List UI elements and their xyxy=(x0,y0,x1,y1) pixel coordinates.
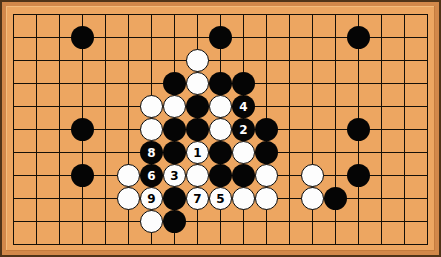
stone-number: 7 xyxy=(193,193,201,205)
stone-black xyxy=(347,26,370,49)
stone-number: 6 xyxy=(147,170,155,182)
stone-white xyxy=(117,164,140,187)
stone-white xyxy=(186,49,209,72)
stone-white xyxy=(163,95,186,118)
stone-number: 8 xyxy=(147,147,155,159)
stone-number: 2 xyxy=(239,124,247,136)
go-diagram: 428163975 xyxy=(0,0,441,257)
stone-number: 4 xyxy=(239,101,247,113)
stone-black xyxy=(209,26,232,49)
stone-white xyxy=(255,164,278,187)
stone-number: 1 xyxy=(193,147,201,159)
stone-black xyxy=(347,118,370,141)
stone-black xyxy=(209,72,232,95)
stone-black xyxy=(186,118,209,141)
stone-black xyxy=(163,210,186,233)
go-board: 428163975 xyxy=(6,6,435,251)
stone-black-move-8: 8 xyxy=(140,141,163,164)
stone-black xyxy=(347,164,370,187)
stone-number: 9 xyxy=(147,193,155,205)
stone-black xyxy=(163,141,186,164)
stone-white xyxy=(209,118,232,141)
stone-number: 5 xyxy=(216,193,224,205)
stone-white xyxy=(232,187,255,210)
stone-black xyxy=(71,118,94,141)
stone-white xyxy=(140,118,163,141)
stone-white-move-9: 9 xyxy=(140,187,163,210)
stone-white xyxy=(301,187,324,210)
stone-number: 3 xyxy=(170,170,178,182)
stone-black xyxy=(71,26,94,49)
board-grid: 428163975 xyxy=(13,14,428,245)
stone-black xyxy=(163,72,186,95)
stone-black xyxy=(163,187,186,210)
stone-black xyxy=(232,72,255,95)
stone-white xyxy=(140,95,163,118)
stone-black xyxy=(324,187,347,210)
stone-white-move-3: 3 xyxy=(163,164,186,187)
stone-white xyxy=(255,187,278,210)
stone-black xyxy=(163,118,186,141)
stone-black xyxy=(209,141,232,164)
stone-white xyxy=(301,164,324,187)
stone-white-move-1: 1 xyxy=(186,141,209,164)
stone-white xyxy=(186,72,209,95)
stone-black xyxy=(255,118,278,141)
stone-black xyxy=(71,164,94,187)
stone-white-move-7: 7 xyxy=(186,187,209,210)
stone-black xyxy=(232,164,255,187)
stone-black xyxy=(209,164,232,187)
stone-black-move-4: 4 xyxy=(232,95,255,118)
stone-white xyxy=(232,141,255,164)
stone-black xyxy=(255,141,278,164)
stone-black-move-6: 6 xyxy=(140,164,163,187)
stone-white xyxy=(186,164,209,187)
stone-white xyxy=(117,187,140,210)
stone-black xyxy=(186,95,209,118)
stone-white-move-5: 5 xyxy=(209,187,232,210)
stone-black-move-2: 2 xyxy=(232,118,255,141)
stone-white xyxy=(140,210,163,233)
stone-white xyxy=(209,95,232,118)
